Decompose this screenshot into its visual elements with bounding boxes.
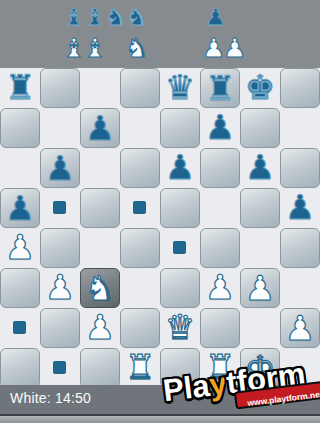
piece-black-pawn: ♟ (81, 109, 119, 147)
captured-black-knight: ♞ (126, 4, 147, 32)
square-d3[interactable] (120, 268, 160, 308)
square-g2[interactable] (240, 308, 280, 348)
bishop-icon: ♝ (83, 33, 104, 64)
piece-black-pawn: ♟ (41, 149, 79, 187)
captured-black-bishop: ♝ (84, 4, 105, 32)
legal-move-marker-d5[interactable] (133, 201, 146, 214)
piece-white-knight: ♞ (81, 269, 119, 307)
square-f3[interactable]: ♟ (200, 268, 240, 308)
captured-black-pieces-row: ♝♝♞♞ ♟ (0, 4, 320, 32)
captured-white-minor-group: ♝♝♞ (62, 33, 146, 64)
square-b2[interactable] (40, 308, 80, 348)
square-e5[interactable] (160, 188, 200, 228)
square-b4[interactable] (40, 228, 80, 268)
square-h4[interactable] (280, 228, 320, 268)
square-f8[interactable]: ♜ (200, 68, 240, 108)
knight-icon: ♞ (126, 4, 147, 31)
square-h8[interactable] (280, 68, 320, 108)
square-c1[interactable] (80, 348, 120, 388)
square-a5[interactable]: ♟ (0, 188, 40, 228)
square-e2[interactable]: ♛ (160, 308, 200, 348)
square-h2[interactable]: ♟ (280, 308, 320, 348)
piece-black-king: ♚ (240, 68, 280, 108)
square-a2[interactable] (0, 308, 40, 348)
square-d5[interactable] (120, 188, 160, 228)
piece-white-pawn: ♟ (80, 308, 120, 348)
square-b5[interactable] (40, 188, 80, 228)
piece-white-pawn: ♟ (241, 269, 279, 307)
captured-white-bishop: ♝ (83, 33, 104, 64)
knight-icon: ♞ (105, 4, 126, 31)
captured-white-pawn: ♟ (202, 33, 223, 64)
square-a4[interactable]: ♟ (0, 228, 40, 268)
square-f6[interactable] (200, 148, 240, 188)
captured-black-pawn-group: ♟ (205, 4, 226, 32)
piece-black-pawn: ♟ (280, 188, 320, 228)
captured-black-pawn: ♟ (205, 4, 226, 32)
square-g6[interactable]: ♟ (240, 148, 280, 188)
square-c2[interactable]: ♟ (80, 308, 120, 348)
piece-white-rook: ♜ (120, 348, 160, 388)
captured-white-pawn: ♟ (223, 33, 244, 64)
square-d1[interactable]: ♜ (120, 348, 160, 388)
piece-black-pawn: ♟ (240, 148, 280, 188)
square-h7[interactable] (280, 108, 320, 148)
square-a7[interactable] (0, 108, 40, 148)
square-a1[interactable] (0, 348, 40, 388)
bishop-icon: ♝ (84, 4, 105, 31)
square-h5[interactable]: ♟ (280, 188, 320, 228)
knight-icon: ♞ (125, 33, 146, 64)
square-f5[interactable] (200, 188, 240, 228)
square-c5[interactable] (80, 188, 120, 228)
pawn-icon: ♟ (223, 33, 244, 64)
captured-black-bishop: ♝ (63, 4, 84, 32)
piece-white-pawn: ♟ (0, 228, 40, 268)
piece-white-pawn: ♟ (281, 309, 319, 347)
piece-black-pawn: ♟ (1, 189, 39, 227)
bishop-icon: ♝ (62, 33, 83, 64)
square-e3[interactable] (160, 268, 200, 308)
square-c7[interactable]: ♟ (80, 108, 120, 148)
square-h6[interactable] (280, 148, 320, 188)
captured-white-pieces-row: ♝♝♞ ♟♟ (0, 33, 320, 64)
square-c4[interactable] (80, 228, 120, 268)
square-d2[interactable] (120, 308, 160, 348)
square-e4[interactable] (160, 228, 200, 268)
bishop-icon: ♝ (63, 4, 84, 31)
clock-label: White: 14:50 (10, 385, 91, 412)
captured-black-knight: ♞ (105, 4, 126, 32)
legal-move-marker-e4[interactable] (173, 241, 186, 254)
square-a3[interactable] (0, 268, 40, 308)
square-g3[interactable]: ♟ (240, 268, 280, 308)
captured-empty-slot (104, 33, 125, 64)
captured-white-pawn-group: ♟♟ (202, 33, 244, 64)
square-e7[interactable] (160, 108, 200, 148)
watermark-url: www.playtform.net (247, 389, 320, 408)
square-h3[interactable] (280, 268, 320, 308)
chess-app-screen: ♝♝♞♞ ♟ ♝♝♞ ♟♟ ♜♛♜♚♟♟♟♟♟♟♟♟♟♞♟♟♟♛♟♜♜♚ Whi… (0, 0, 320, 423)
square-b8[interactable] (40, 68, 80, 108)
captured-black-minor-group: ♝♝♞♞ (63, 4, 147, 32)
piece-black-queen: ♛ (160, 68, 200, 108)
captured-pieces-tray: ♝♝♞♞ ♟ ♝♝♞ ♟♟ (0, 0, 320, 68)
square-e8[interactable]: ♛ (160, 68, 200, 108)
square-d7[interactable] (120, 108, 160, 148)
square-d8[interactable] (120, 68, 160, 108)
square-b3[interactable]: ♟ (40, 268, 80, 308)
square-d6[interactable] (120, 148, 160, 188)
square-c8[interactable] (80, 68, 120, 108)
chess-board: ♜♛♜♚♟♟♟♟♟♟♟♟♟♞♟♟♟♛♟♜♜♚ (0, 68, 320, 388)
piece-black-pawn: ♟ (160, 148, 200, 188)
square-b7[interactable] (40, 108, 80, 148)
square-f4[interactable] (200, 228, 240, 268)
piece-white-pawn: ♟ (40, 268, 80, 308)
square-a6[interactable] (0, 148, 40, 188)
square-c3[interactable]: ♞ (80, 268, 120, 308)
piece-black-rook: ♜ (0, 68, 40, 108)
square-f7[interactable]: ♟ (200, 108, 240, 148)
square-a8[interactable]: ♜ (0, 68, 40, 108)
square-g4[interactable] (240, 228, 280, 268)
legal-move-marker-b1[interactable] (53, 361, 66, 374)
square-e6[interactable]: ♟ (160, 148, 200, 188)
square-g5[interactable] (240, 188, 280, 228)
square-d4[interactable] (120, 228, 160, 268)
square-b6[interactable]: ♟ (40, 148, 80, 188)
legal-move-marker-b5[interactable] (53, 201, 66, 214)
pawn-icon: ♟ (205, 4, 226, 31)
piece-black-rook: ♜ (201, 69, 239, 107)
captured-white-knight: ♞ (125, 33, 146, 64)
square-g7[interactable] (240, 108, 280, 148)
piece-black-pawn: ♟ (200, 108, 240, 148)
legal-move-marker-a2[interactable] (13, 321, 26, 334)
captured-white-bishop: ♝ (62, 33, 83, 64)
piece-white-queen: ♛ (160, 308, 200, 348)
square-c6[interactable] (80, 148, 120, 188)
square-g8[interactable]: ♚ (240, 68, 280, 108)
piece-white-pawn: ♟ (200, 268, 240, 308)
square-b1[interactable] (40, 348, 80, 388)
pawn-icon: ♟ (202, 33, 223, 64)
square-f2[interactable] (200, 308, 240, 348)
